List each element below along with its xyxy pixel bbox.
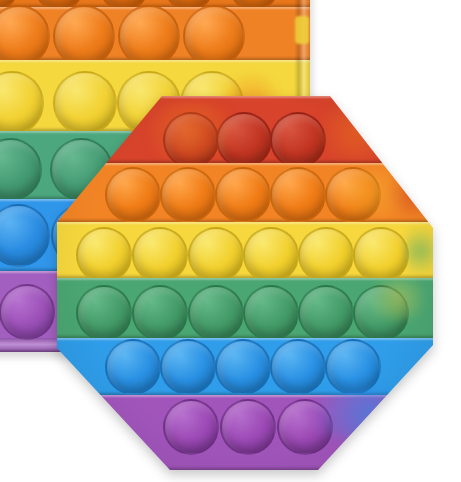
bubble-orange	[53, 5, 115, 67]
bubble-green	[243, 285, 299, 341]
bubble-red	[270, 112, 326, 168]
bubble-green	[0, 138, 42, 201]
bubble-orange	[160, 167, 216, 223]
bubble-purple	[163, 399, 219, 455]
bubble-purple	[0, 284, 55, 340]
bubble-blue	[325, 339, 381, 395]
bubble-yellow	[298, 227, 354, 283]
bubble-orange	[183, 5, 245, 67]
bubble-blue	[105, 339, 161, 395]
foreground-popit-row-red	[57, 96, 433, 163]
product-photo	[0, 0, 461, 482]
bubble-yellow	[353, 227, 409, 283]
bubble-yellow	[243, 227, 299, 283]
bubble-orange	[0, 5, 50, 67]
bubble-blue	[270, 339, 326, 395]
bubble-purple	[220, 399, 276, 455]
bubble-yellow	[188, 227, 244, 283]
bubble-green	[353, 285, 409, 341]
bubble-orange	[118, 5, 180, 67]
bubble-red	[163, 112, 219, 168]
bubble-green	[76, 285, 132, 341]
bubble-green	[298, 285, 354, 341]
bubble-green	[188, 285, 244, 341]
foreground-popit-row-green	[57, 278, 433, 338]
bubble-blue	[215, 339, 271, 395]
foreground-popit-row-blue	[57, 338, 433, 395]
bubble-orange	[215, 167, 271, 223]
bubble-blue	[0, 204, 50, 267]
bubble-orange	[105, 167, 161, 223]
background-popit-row-orange	[0, 7, 310, 60]
foreground-popit-wrapper	[57, 96, 433, 470]
foreground-popit-row-purple	[57, 395, 433, 470]
bubble-yellow	[0, 71, 44, 135]
foreground-popit	[57, 96, 433, 470]
corner-color-patch	[295, 16, 309, 44]
bubble-blue	[160, 339, 216, 395]
bubble-purple	[277, 399, 333, 455]
bubble-orange	[325, 167, 381, 223]
foreground-popit-row-yellow	[57, 222, 433, 278]
bubble-red	[216, 112, 272, 168]
bubble-green	[132, 285, 188, 341]
bubble-yellow	[76, 227, 132, 283]
bubble-yellow	[132, 227, 188, 283]
foreground-popit-row-orange	[57, 163, 433, 222]
bubble-orange	[270, 167, 326, 223]
